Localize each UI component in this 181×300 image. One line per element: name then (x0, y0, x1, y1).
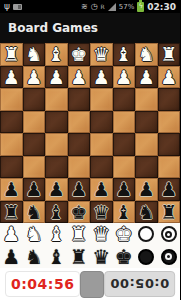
roaming-icon: R (101, 4, 105, 10)
white-clock[interactable]: 0:05:00 (104, 271, 175, 297)
square-e4[interactable] (68, 111, 91, 134)
square-d6[interactable] (90, 156, 113, 179)
square-a1[interactable]: ♜ (158, 43, 181, 66)
black-pawn: ♟ (115, 178, 132, 201)
white-queen: ♛ (93, 43, 110, 66)
white-pawn: ♟ (93, 66, 110, 89)
status-right: ≋ ◷ R 57% ϟ 02:30 (81, 2, 176, 12)
black-pawn: ♟ (25, 178, 42, 201)
square-h4[interactable] (0, 111, 23, 134)
black-pawn: ♟ (138, 178, 155, 201)
square-c8[interactable]: ♝ (113, 201, 136, 224)
square-d5[interactable] (90, 133, 113, 156)
white-pawn-icon: ♟ (2, 223, 20, 245)
white-rook-icon: ♜ (70, 223, 88, 245)
palette-black-bishop[interactable]: ♝ (45, 246, 68, 269)
square-c7[interactable]: ♟ (113, 178, 136, 201)
square-e2[interactable]: ♟ (68, 66, 91, 89)
sdcard-icon (13, 4, 22, 10)
black-rook: ♜ (3, 201, 20, 224)
white-knight: ♞ (25, 43, 42, 66)
square-g8[interactable]: ♞ (23, 201, 46, 224)
black-pawn: ♟ (48, 178, 65, 201)
square-c5[interactable] (113, 133, 136, 156)
white-rook: ♜ (160, 43, 177, 66)
battery-icon: ϟ (137, 2, 144, 12)
white-pawn: ♟ (48, 66, 65, 89)
black-knight: ♞ (25, 201, 42, 224)
square-g6[interactable] (23, 156, 46, 179)
square-c4[interactable] (113, 111, 136, 134)
square-g4[interactable] (23, 111, 46, 134)
charging-bolt-icon: ϟ (139, 3, 144, 10)
black-knight: ♞ (138, 201, 155, 224)
black-knight-icon: ♞ (25, 246, 43, 268)
white-pawn: ♟ (115, 66, 132, 89)
page-title: Board Games (8, 21, 98, 35)
square-f8[interactable]: ♝ (45, 201, 68, 224)
palette-black-pawn[interactable]: ♟ (0, 246, 23, 269)
title-bar: Board Games (0, 13, 180, 43)
square-a6[interactable] (158, 156, 181, 179)
square-a4[interactable] (158, 111, 181, 134)
square-g1[interactable]: ♞ (23, 43, 46, 66)
square-b4[interactable] (135, 111, 158, 134)
white-queen-icon: ♛ (92, 223, 110, 245)
clock-bar: 0:04:56 0:05:00 (0, 268, 180, 300)
palette-black-queen[interactable]: ♛ (90, 246, 113, 269)
black-pawn: ♟ (70, 178, 87, 201)
black-bishop-icon: ♝ (47, 246, 65, 268)
square-b2[interactable]: ♟ (135, 66, 158, 89)
black-queen: ♛ (93, 201, 110, 224)
square-f5[interactable] (45, 133, 68, 156)
white-bishop-icon: ♝ (47, 223, 65, 245)
square-b7[interactable]: ♟ (135, 178, 158, 201)
white-pawn: ♟ (25, 66, 42, 89)
square-h3[interactable] (0, 88, 23, 111)
square-f3[interactable] (45, 88, 68, 111)
palette-white-rook[interactable]: ♜ (68, 223, 91, 246)
white-king: ♚ (70, 43, 87, 66)
square-f4[interactable] (45, 111, 68, 134)
square-b1[interactable]: ♞ (135, 43, 158, 66)
black-clock[interactable]: 0:04:56 (5, 271, 80, 297)
white-pawn: ♟ (3, 66, 20, 89)
white-pawn: ♟ (160, 66, 177, 89)
battery-percent: 57% (119, 3, 135, 11)
square-b3[interactable] (135, 88, 158, 111)
white-rook: ♜ (3, 43, 20, 66)
square-c2[interactable]: ♟ (113, 66, 136, 89)
square-g3[interactable] (23, 88, 46, 111)
status-bar: ψ ≋ ◷ R 57% ϟ 02:30 (0, 0, 180, 13)
square-d8[interactable]: ♛ (90, 201, 113, 224)
app-screen: ψ ≋ ◷ R 57% ϟ 02:30 Board Games ♜♞♝♚♛♝♞♜… (0, 0, 180, 300)
disc-ring-center (165, 253, 172, 260)
square-e7[interactable]: ♟ (68, 178, 91, 201)
black-bishop: ♝ (115, 201, 132, 224)
square-h5[interactable] (0, 133, 23, 156)
square-e1[interactable]: ♚ (68, 43, 91, 66)
black-disc-ring-icon (161, 249, 177, 265)
square-c3[interactable] (113, 88, 136, 111)
black-rook-icon: ♜ (70, 246, 88, 268)
square-d7[interactable]: ♟ (90, 178, 113, 201)
palette-white-bishop[interactable]: ♝ (45, 223, 68, 246)
status-clock: 02:30 (147, 2, 176, 12)
palette-white-knight[interactable]: ♞ (23, 223, 46, 246)
square-e3[interactable] (68, 88, 91, 111)
square-d1[interactable]: ♛ (90, 43, 113, 66)
square-h1[interactable]: ♜ (0, 43, 23, 66)
palette-black-knight[interactable]: ♞ (23, 246, 46, 269)
black-pawn: ♟ (93, 178, 110, 201)
palette-white-disc[interactable] (135, 223, 158, 246)
square-g7[interactable]: ♟ (23, 178, 46, 201)
square-b6[interactable] (135, 156, 158, 179)
square-h8[interactable]: ♜ (0, 201, 23, 224)
square-e8[interactable]: ♚ (68, 201, 91, 224)
square-c1[interactable]: ♝ (113, 43, 136, 66)
square-e6[interactable] (68, 156, 91, 179)
square-a8[interactable]: ♜ (158, 201, 181, 224)
square-a5[interactable] (158, 133, 181, 156)
black-king-icon: ♚ (115, 246, 133, 268)
square-e5[interactable] (68, 133, 91, 156)
black-pawn: ♟ (3, 178, 20, 201)
square-d4[interactable] (90, 111, 113, 134)
square-f6[interactable] (45, 156, 68, 179)
square-f7[interactable]: ♟ (45, 178, 68, 201)
palette-black-rook[interactable]: ♜ (68, 246, 91, 269)
chess-board: ♜♞♝♚♛♝♞♜♟♟♟♟♟♟♟♟♟♟♟♟♟♟♟♟♜♞♝♚♛♝♞♜ (0, 43, 180, 223)
square-g2[interactable]: ♟ (23, 66, 46, 89)
black-palette-row: ♟♞♝♜♛♚ (0, 246, 180, 269)
signal-icon (108, 3, 116, 11)
white-bishop: ♝ (48, 43, 65, 66)
piece-palette: ♟♞♝♜♛♚♟♞♝♜♛♚ (0, 223, 180, 268)
white-disc-ring-icon (161, 226, 177, 242)
vibrate-icon: ≋ (81, 3, 88, 11)
white-king-icon: ♚ (115, 223, 133, 245)
square-h2[interactable]: ♟ (0, 66, 23, 89)
black-king: ♚ (70, 201, 87, 224)
white-disc-icon (138, 226, 154, 242)
white-palette-row: ♟♞♝♜♛♚ (0, 223, 180, 246)
black-disc-icon (138, 249, 154, 265)
white-knight-icon: ♞ (25, 223, 43, 245)
palette-white-king[interactable]: ♚ (113, 223, 136, 246)
square-f2[interactable]: ♟ (45, 66, 68, 89)
square-b5[interactable] (135, 133, 158, 156)
square-h7[interactable]: ♟ (0, 178, 23, 201)
palette-black-disc[interactable] (135, 246, 158, 269)
palette-white-queen[interactable]: ♛ (90, 223, 113, 246)
black-pawn: ♟ (160, 178, 177, 201)
palette-black-disc-ring[interactable] (158, 246, 181, 269)
palette-black-king[interactable]: ♚ (113, 246, 136, 269)
black-rook: ♜ (160, 201, 177, 224)
black-pawn-icon: ♟ (2, 246, 20, 268)
black-queen-icon: ♛ (92, 246, 110, 268)
palette-white-disc-ring[interactable] (158, 223, 181, 246)
black-bishop: ♝ (48, 201, 65, 224)
usb-icon: ψ (4, 2, 10, 11)
clock-center-button[interactable] (80, 271, 103, 298)
square-h6[interactable] (0, 156, 23, 179)
square-c6[interactable] (113, 156, 136, 179)
white-bishop: ♝ (115, 43, 132, 66)
alarm-icon: ◷ (91, 3, 98, 11)
square-a2[interactable]: ♟ (158, 66, 181, 89)
square-g5[interactable] (23, 133, 46, 156)
square-d2[interactable]: ♟ (90, 66, 113, 89)
white-knight: ♞ (138, 43, 155, 66)
square-a7[interactable]: ♟ (158, 178, 181, 201)
square-d3[interactable] (90, 88, 113, 111)
square-b8[interactable]: ♞ (135, 201, 158, 224)
square-a3[interactable] (158, 88, 181, 111)
white-pawn: ♟ (138, 66, 155, 89)
white-pawn: ♟ (70, 66, 87, 89)
palette-white-pawn[interactable]: ♟ (0, 223, 23, 246)
status-left: ψ (4, 2, 22, 11)
disc-ring-center (165, 231, 172, 238)
square-f1[interactable]: ♝ (45, 43, 68, 66)
